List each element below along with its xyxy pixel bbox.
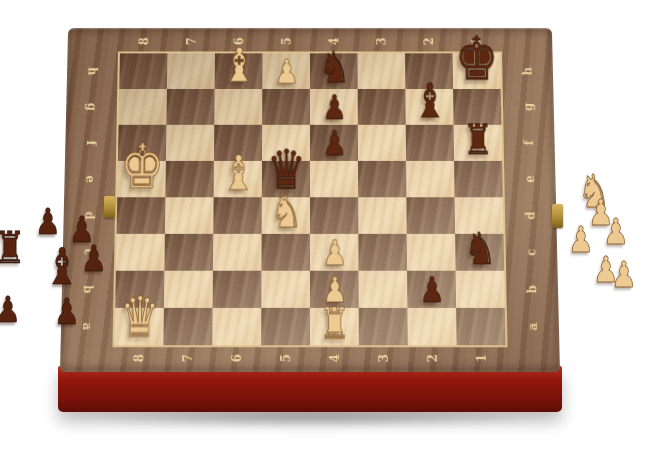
black-bishop-g2[interactable]: ♝ <box>412 78 447 125</box>
square-b7[interactable] <box>164 271 213 308</box>
square-h1[interactable]: ♚ <box>453 53 501 89</box>
file-label-right-f: f <box>510 133 548 152</box>
square-c7[interactable] <box>164 234 213 271</box>
square-e8[interactable]: ♚ <box>117 161 166 197</box>
file-label-right-a: a <box>514 317 552 337</box>
file-labels-right: hgfedcba <box>518 53 544 345</box>
file-label-right-c: c <box>512 243 550 262</box>
square-b6[interactable] <box>213 271 262 308</box>
captured-black-bishop[interactable]: ♝ <box>44 242 80 292</box>
square-f4[interactable]: ♟ <box>310 125 358 161</box>
square-c6[interactable] <box>213 234 262 271</box>
captured-black-pawn[interactable]: ♟ <box>54 294 80 330</box>
red-box-side <box>58 366 562 412</box>
square-b5[interactable] <box>261 271 310 308</box>
white-pawn-h5[interactable]: ♟ <box>274 55 299 89</box>
square-d3[interactable] <box>358 197 407 234</box>
square-a4[interactable]: ♜ <box>310 308 359 345</box>
square-a1[interactable] <box>456 308 505 345</box>
square-h8[interactable] <box>119 53 167 89</box>
square-e1[interactable] <box>454 161 503 197</box>
square-c8[interactable] <box>116 234 165 271</box>
white-bishop-h6[interactable]: ♝ <box>221 42 255 89</box>
file-label-right-h: h <box>509 62 546 81</box>
square-a5[interactable] <box>261 308 310 345</box>
square-c2[interactable] <box>407 234 456 271</box>
square-d2[interactable] <box>406 197 455 234</box>
square-a2[interactable] <box>407 308 456 345</box>
square-e7[interactable] <box>165 161 214 197</box>
square-g5[interactable] <box>262 89 310 125</box>
black-knight-c1[interactable]: ♞ <box>463 226 496 271</box>
square-f3[interactable] <box>358 125 406 161</box>
square-h6[interactable]: ♝ <box>215 53 263 89</box>
square-c4[interactable]: ♟ <box>310 234 359 271</box>
white-king-e8[interactable]: ♚ <box>119 136 164 197</box>
captured-white-pawn[interactable]: ♟ <box>568 222 594 258</box>
file-label-left-e: e <box>71 169 109 188</box>
black-knight-h4[interactable]: ♞ <box>318 46 349 89</box>
rank-labels-bottom: 87654321 <box>114 348 506 368</box>
square-b3[interactable] <box>359 271 408 308</box>
square-a6[interactable] <box>212 308 261 345</box>
brass-clasp-right <box>552 204 563 228</box>
captured-black-pawn[interactable]: ♟ <box>0 292 21 328</box>
file-label-right-e: e <box>511 169 549 188</box>
square-b2[interactable]: ♟ <box>407 271 456 308</box>
square-g8[interactable] <box>119 89 167 125</box>
square-c3[interactable] <box>358 234 407 271</box>
file-label-right-d: d <box>512 206 550 225</box>
square-g2[interactable]: ♝ <box>405 89 453 125</box>
black-pawn-g4[interactable]: ♟ <box>322 91 347 125</box>
file-label-right-g: g <box>510 97 547 116</box>
square-d7[interactable] <box>165 197 214 234</box>
square-c1[interactable]: ♞ <box>455 234 504 271</box>
captured-white-pawn[interactable]: ♟ <box>611 257 637 293</box>
square-f1[interactable]: ♜ <box>454 125 503 161</box>
black-pawn-f4[interactable]: ♟ <box>322 127 347 161</box>
square-d4[interactable] <box>310 197 358 234</box>
captured-black-pawn[interactable]: ♟ <box>35 204 61 240</box>
square-h5[interactable]: ♟ <box>262 53 310 89</box>
square-d6[interactable] <box>213 197 262 234</box>
square-a3[interactable] <box>359 308 408 345</box>
square-c5[interactable] <box>261 234 310 271</box>
square-e2[interactable] <box>406 161 455 197</box>
square-e6[interactable]: ♝ <box>214 161 262 197</box>
black-pawn-b2[interactable]: ♟ <box>419 273 444 308</box>
photo-stage: 87654321 87654321 hgfedcba hgfedcba ♝♟♞♚… <box>0 0 660 472</box>
square-g6[interactable] <box>214 89 262 125</box>
chess-board: ♝♟♞♚♟♝♟♜♚♝♛♞♟♞♟♟♛♜ <box>114 53 505 345</box>
white-rook-a4[interactable]: ♜ <box>319 302 350 345</box>
square-f2[interactable] <box>406 125 454 161</box>
file-label-left-h: h <box>74 62 111 81</box>
file-label-left-g: g <box>73 97 110 116</box>
square-e4[interactable] <box>310 161 358 197</box>
square-e3[interactable] <box>358 161 406 197</box>
square-b1[interactable] <box>456 271 505 308</box>
black-king-h1[interactable]: ♚ <box>454 29 498 89</box>
white-knight-d5[interactable]: ♞ <box>270 190 302 234</box>
square-g3[interactable] <box>358 89 406 125</box>
square-a7[interactable] <box>163 308 212 345</box>
captured-black-pawn[interactable]: ♟ <box>81 241 107 277</box>
square-a8[interactable]: ♛ <box>114 308 163 345</box>
square-h4[interactable]: ♞ <box>310 53 358 89</box>
brass-clasp-left <box>104 196 115 218</box>
chess-board-frame: 87654321 87654321 hgfedcba hgfedcba ♝♟♞♚… <box>60 28 560 372</box>
white-bishop-e6[interactable]: ♝ <box>221 149 256 197</box>
captured-black-rook[interactable]: ♜ <box>0 226 26 270</box>
square-d8[interactable] <box>117 197 166 234</box>
file-label-right-b: b <box>513 280 551 300</box>
square-g4[interactable]: ♟ <box>310 89 358 125</box>
file-label-left-f: f <box>72 133 110 152</box>
white-queen-a8[interactable]: ♛ <box>119 289 160 345</box>
square-f7[interactable] <box>166 125 214 161</box>
square-d5[interactable]: ♞ <box>262 197 310 234</box>
square-g7[interactable] <box>166 89 214 125</box>
black-rook-f1[interactable]: ♜ <box>462 119 493 161</box>
white-pawn-c4[interactable]: ♟ <box>322 236 347 271</box>
captured-white-pawn[interactable]: ♟ <box>603 214 629 250</box>
square-h7[interactable] <box>167 53 215 89</box>
rank-labels-top: 87654321 <box>120 32 500 51</box>
chess-box-scene: 87654321 87654321 hgfedcba hgfedcba ♝♟♞♚… <box>55 14 567 434</box>
square-h3[interactable] <box>358 53 406 89</box>
file-labels-left: hgfedcba <box>77 53 103 345</box>
